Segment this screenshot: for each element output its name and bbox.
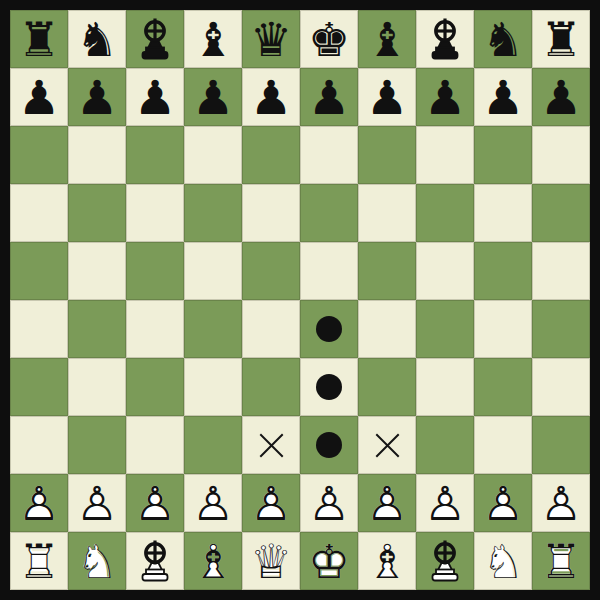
square-b1[interactable]: ♞♘ [68,532,126,590]
white-piece-outline: ♙ [242,474,300,532]
black-pawn[interactable]: ♟ [76,74,118,121]
square-g1[interactable]: ♝♗ [358,532,416,590]
black-orb[interactable] [422,16,468,62]
square-b7[interactable] [68,184,126,242]
square-i1[interactable]: ♞♘ [474,532,532,590]
square-g9[interactable]: ♟ [358,68,416,126]
square-j2[interactable]: ♟♙ [532,474,590,532]
square-c6[interactable] [126,242,184,300]
square-j1[interactable]: ♜♖ [532,532,590,590]
white-rook[interactable]: ♜♖ [532,532,590,590]
white-knight[interactable]: ♞♘ [474,532,532,590]
white-pawn[interactable]: ♟♙ [68,474,126,532]
white-piece-outline: ♙ [416,474,474,532]
white-piece-outline: ♙ [300,474,358,532]
square-g3[interactable] [358,416,416,474]
square-c1[interactable] [126,532,184,590]
white-piece-outline: ♘ [68,532,126,590]
square-f5[interactable] [300,300,358,358]
white-bishop[interactable]: ♝♗ [358,532,416,590]
square-d1[interactable]: ♝♗ [184,532,242,590]
square-a6[interactable] [10,242,68,300]
square-c3[interactable] [126,416,184,474]
square-i8[interactable] [474,126,532,184]
square-d3[interactable] [184,416,242,474]
square-b9[interactable]: ♟ [68,68,126,126]
white-rook[interactable]: ♜♖ [10,532,68,590]
square-i4[interactable] [474,358,532,416]
black-knight[interactable]: ♞ [76,16,118,63]
square-f8[interactable] [300,126,358,184]
square-g2[interactable]: ♟♙ [358,474,416,532]
capture-cross-icon [257,431,286,460]
move-dot [316,374,342,400]
square-e7[interactable] [242,184,300,242]
square-i9[interactable]: ♟ [474,68,532,126]
square-h7[interactable] [416,184,474,242]
square-j5[interactable] [532,300,590,358]
white-pawn[interactable]: ♟♙ [126,474,184,532]
black-pawn[interactable]: ♟ [366,74,408,121]
black-rook[interactable]: ♜ [540,16,582,63]
square-f9[interactable]: ♟ [300,68,358,126]
white-piece-outline: ♖ [10,532,68,590]
square-f10[interactable]: ♚ [300,10,358,68]
square-j8[interactable] [532,126,590,184]
square-f4[interactable] [300,358,358,416]
square-i10[interactable]: ♞ [474,10,532,68]
white-pawn[interactable]: ♟♙ [416,474,474,532]
square-e8[interactable] [242,126,300,184]
square-e10[interactable]: ♛ [242,10,300,68]
square-e2[interactable]: ♟♙ [242,474,300,532]
square-i6[interactable] [474,242,532,300]
square-d7[interactable] [184,184,242,242]
square-j6[interactable] [532,242,590,300]
black-queen[interactable]: ♛ [250,16,292,63]
square-e4[interactable] [242,358,300,416]
white-pawn[interactable]: ♟♙ [242,474,300,532]
square-b3[interactable] [68,416,126,474]
square-j4[interactable] [532,358,590,416]
square-b4[interactable] [68,358,126,416]
white-pawn[interactable]: ♟♙ [358,474,416,532]
square-a5[interactable] [10,300,68,358]
black-pawn[interactable]: ♟ [424,74,466,121]
white-piece-outline: ♙ [532,474,590,532]
square-i3[interactable] [474,416,532,474]
square-d6[interactable] [184,242,242,300]
square-h6[interactable] [416,242,474,300]
square-b8[interactable] [68,126,126,184]
square-i2[interactable]: ♟♙ [474,474,532,532]
square-d5[interactable] [184,300,242,358]
white-king[interactable]: ♚♔ [300,532,358,590]
square-e3[interactable] [242,416,300,474]
square-h4[interactable] [416,358,474,416]
white-bishop[interactable]: ♝♗ [184,532,242,590]
board: ♜♞♝♛♚♝♞♜♟♟♟♟♟♟♟♟♟♟♟♙♟♙♟♙♟♙♟♙♟♙♟♙♟♙♟♙♟♙♜♖… [10,10,590,590]
square-c9[interactable]: ♟ [126,68,184,126]
white-piece-outline: ♙ [126,474,184,532]
square-a9[interactable]: ♟ [10,68,68,126]
square-c5[interactable] [126,300,184,358]
capture-cross-icon [373,431,402,460]
white-piece-outline: ♙ [358,474,416,532]
white-piece-outline: ♙ [10,474,68,532]
square-j10[interactable]: ♜ [532,10,590,68]
square-e1[interactable]: ♛♕ [242,532,300,590]
square-c7[interactable] [126,184,184,242]
black-orb[interactable] [132,16,178,62]
square-f7[interactable] [300,184,358,242]
white-piece-outline: ♙ [68,474,126,532]
square-g7[interactable] [358,184,416,242]
white-knight[interactable]: ♞♘ [68,532,126,590]
white-pawn[interactable]: ♟♙ [532,474,590,532]
square-e6[interactable] [242,242,300,300]
square-j3[interactable] [532,416,590,474]
square-i7[interactable] [474,184,532,242]
square-a2[interactable]: ♟♙ [10,474,68,532]
square-e9[interactable]: ♟ [242,68,300,126]
white-piece-outline: ♗ [358,532,416,590]
square-d4[interactable] [184,358,242,416]
move-dot [316,316,342,342]
white-piece-outline: ♙ [184,474,242,532]
square-b10[interactable]: ♞ [68,10,126,68]
square-h10[interactable] [416,10,474,68]
square-a8[interactable] [10,126,68,184]
black-pawn[interactable]: ♟ [250,74,292,121]
square-h8[interactable] [416,126,474,184]
square-d2[interactable]: ♟♙ [184,474,242,532]
square-f6[interactable] [300,242,358,300]
white-pawn[interactable]: ♟♙ [10,474,68,532]
square-c4[interactable] [126,358,184,416]
square-g4[interactable] [358,358,416,416]
square-h1[interactable] [416,532,474,590]
black-pawn[interactable]: ♟ [308,74,350,121]
black-pawn[interactable]: ♟ [134,74,176,121]
black-bishop[interactable]: ♝ [192,16,234,63]
black-knight[interactable]: ♞ [482,16,524,63]
square-i5[interactable] [474,300,532,358]
square-g6[interactable] [358,242,416,300]
black-bishop[interactable]: ♝ [366,16,408,63]
white-piece-outline: ♗ [184,532,242,590]
square-b2[interactable]: ♟♙ [68,474,126,532]
square-c10[interactable] [126,10,184,68]
board-frame: ♜♞♝♛♚♝♞♜♟♟♟♟♟♟♟♟♟♟♟♙♟♙♟♙♟♙♟♙♟♙♟♙♟♙♟♙♟♙♜♖… [0,0,600,600]
white-piece-outline: ♕ [242,532,300,590]
square-f2[interactable]: ♟♙ [300,474,358,532]
move-dot [316,432,342,458]
square-g8[interactable] [358,126,416,184]
white-orb[interactable] [132,538,178,584]
square-d9[interactable]: ♟ [184,68,242,126]
square-a10[interactable]: ♜ [10,10,68,68]
square-h2[interactable]: ♟♙ [416,474,474,532]
square-a3[interactable] [10,416,68,474]
square-e5[interactable] [242,300,300,358]
white-pawn[interactable]: ♟♙ [184,474,242,532]
square-a7[interactable] [10,184,68,242]
white-piece-outline: ♖ [532,532,590,590]
square-h9[interactable]: ♟ [416,68,474,126]
square-c8[interactable] [126,126,184,184]
square-g5[interactable] [358,300,416,358]
white-piece-outline: ♔ [300,532,358,590]
square-j9[interactable]: ♟ [532,68,590,126]
black-pawn[interactable]: ♟ [192,74,234,121]
black-pawn[interactable]: ♟ [18,74,60,121]
white-piece-outline: ♙ [474,474,532,532]
square-f3[interactable] [300,416,358,474]
white-queen[interactable]: ♛♕ [242,532,300,590]
black-pawn[interactable]: ♟ [482,74,524,121]
square-b6[interactable] [68,242,126,300]
square-f1[interactable]: ♚♔ [300,532,358,590]
square-a1[interactable]: ♜♖ [10,532,68,590]
white-pawn[interactable]: ♟♙ [300,474,358,532]
black-king[interactable]: ♚ [308,16,350,63]
square-d10[interactable]: ♝ [184,10,242,68]
square-h5[interactable] [416,300,474,358]
square-a4[interactable] [10,358,68,416]
white-pawn[interactable]: ♟♙ [474,474,532,532]
black-pawn[interactable]: ♟ [540,74,582,121]
square-b5[interactable] [68,300,126,358]
square-d8[interactable] [184,126,242,184]
square-h3[interactable] [416,416,474,474]
square-j7[interactable] [532,184,590,242]
square-g10[interactable]: ♝ [358,10,416,68]
square-c2[interactable]: ♟♙ [126,474,184,532]
white-piece-outline: ♘ [474,532,532,590]
black-rook[interactable]: ♜ [18,16,60,63]
white-orb[interactable] [422,538,468,584]
